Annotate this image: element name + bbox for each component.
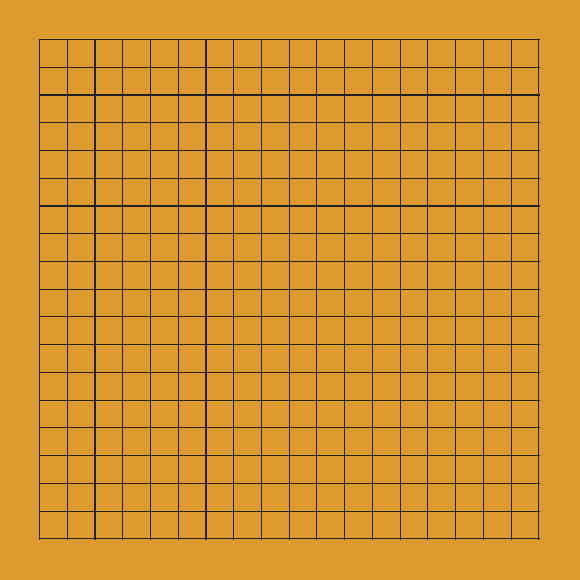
goban[interactable]: [25, 25, 552, 552]
go-kifu-diagram: [0, 0, 580, 580]
